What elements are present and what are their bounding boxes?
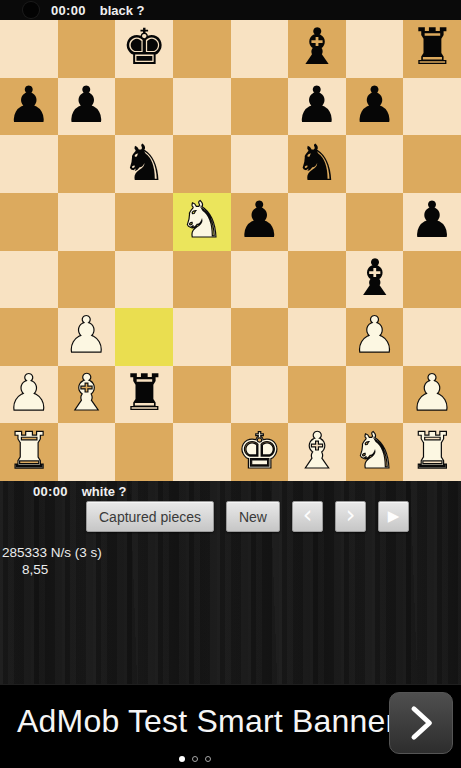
square-f5[interactable]	[288, 193, 346, 251]
square-g6[interactable]	[346, 135, 404, 193]
chevron-right-icon: ›	[346, 503, 356, 527]
square-h6[interactable]	[403, 135, 461, 193]
black-player-name: black ?	[100, 3, 145, 18]
square-c7[interactable]	[115, 78, 173, 136]
square-e5[interactable]: ♟	[231, 193, 289, 251]
square-h3[interactable]	[403, 308, 461, 366]
square-b8[interactable]	[58, 20, 116, 78]
square-d8[interactable]	[173, 20, 231, 78]
ad-dot-3	[205, 756, 211, 762]
square-c1[interactable]	[115, 423, 173, 481]
piece-black-rook[interactable]: ♜	[122, 366, 167, 422]
piece-white-rook[interactable]: ♜	[6, 423, 51, 479]
square-a2[interactable]: ♟	[0, 366, 58, 424]
square-e3[interactable]	[231, 308, 289, 366]
new-game-button[interactable]: New	[226, 501, 280, 532]
ad-banner[interactable]: AdMob Test Smart Banner	[0, 684, 461, 768]
square-a4[interactable]	[0, 251, 58, 309]
square-g2[interactable]	[346, 366, 404, 424]
white-clock: 00:00	[33, 484, 68, 499]
square-c8[interactable]: ♚	[115, 20, 173, 78]
square-c5[interactable]	[115, 193, 173, 251]
square-d6[interactable]	[173, 135, 231, 193]
square-h1[interactable]: ♜	[403, 423, 461, 481]
square-c6[interactable]: ♞	[115, 135, 173, 193]
square-e4[interactable]	[231, 251, 289, 309]
square-h2[interactable]: ♟	[403, 366, 461, 424]
square-b3[interactable]: ♟	[58, 308, 116, 366]
play-icon: ▶	[388, 509, 400, 524]
chevron-left-icon: ‹	[303, 503, 313, 527]
piece-black-pawn[interactable]: ♟	[352, 78, 397, 134]
ad-title[interactable]: AdMob Test Smart Banner	[17, 688, 377, 754]
square-a7[interactable]: ♟	[0, 78, 58, 136]
ad-dot-2	[192, 756, 198, 762]
black-turn-indicator-icon	[23, 2, 39, 18]
next-move-button[interactable]: ›	[335, 501, 366, 532]
square-b6[interactable]	[58, 135, 116, 193]
square-e2[interactable]	[231, 366, 289, 424]
ad-open-button[interactable]	[389, 692, 453, 754]
piece-black-knight[interactable]: ♞	[122, 135, 167, 191]
square-h7[interactable]	[403, 78, 461, 136]
square-a5[interactable]	[0, 193, 58, 251]
square-e1[interactable]: ♚	[231, 423, 289, 481]
square-d1[interactable]	[173, 423, 231, 481]
piece-white-pawn[interactable]: ♟	[6, 366, 51, 422]
square-f6[interactable]: ♞	[288, 135, 346, 193]
control-bar: Captured pieces New ‹ › ▶	[86, 501, 409, 532]
white-clock-bar: 00:00 white ?	[0, 483, 461, 499]
piece-white-pawn[interactable]: ♟	[64, 308, 109, 364]
square-b7[interactable]: ♟	[58, 78, 116, 136]
piece-black-knight[interactable]: ♞	[295, 135, 340, 191]
piece-black-rook[interactable]: ♜	[410, 20, 455, 76]
piece-black-pawn[interactable]: ♟	[410, 193, 455, 249]
piece-white-pawn[interactable]: ♟	[352, 308, 397, 364]
square-f7[interactable]: ♟	[288, 78, 346, 136]
square-f2[interactable]	[288, 366, 346, 424]
square-g3[interactable]: ♟	[346, 308, 404, 366]
square-g8[interactable]	[346, 20, 404, 78]
play-button[interactable]: ▶	[378, 501, 409, 532]
square-d2[interactable]	[173, 366, 231, 424]
app-screen: { "game": "chess", "position": { "fen": …	[0, 0, 461, 768]
square-g7[interactable]: ♟	[346, 78, 404, 136]
black-clock: 00:00	[51, 3, 86, 18]
square-h5[interactable]: ♟	[403, 193, 461, 251]
chess-board[interactable]: ♚♝♜♟♟♟♟♞♞♞♟♟♝♟♟♟♝♜♟♜♚♝♞♜	[0, 20, 461, 481]
ad-dot-1	[179, 756, 185, 762]
black-clock-bar: 00:00 black ?	[0, 0, 461, 20]
engine-speed-text: 285333 N/s (3 s)	[2, 545, 102, 560]
square-a6[interactable]	[0, 135, 58, 193]
square-d7[interactable]	[173, 78, 231, 136]
square-a1[interactable]: ♜	[0, 423, 58, 481]
square-d5[interactable]: ♞	[173, 193, 231, 251]
piece-white-bishop[interactable]: ♝	[64, 366, 109, 422]
square-c2[interactable]: ♜	[115, 366, 173, 424]
square-a8[interactable]	[0, 20, 58, 78]
white-player-name: white ?	[82, 484, 127, 499]
square-e8[interactable]	[231, 20, 289, 78]
square-h4[interactable]	[403, 251, 461, 309]
square-e7[interactable]	[231, 78, 289, 136]
piece-black-pawn[interactable]: ♟	[295, 78, 340, 134]
square-b4[interactable]	[58, 251, 116, 309]
piece-white-pawn[interactable]: ♟	[410, 366, 455, 422]
square-a3[interactable]	[0, 308, 58, 366]
square-c3[interactable]	[115, 308, 173, 366]
square-g1[interactable]: ♞	[346, 423, 404, 481]
piece-black-bishop[interactable]: ♝	[352, 251, 397, 307]
square-h8[interactable]: ♜	[403, 20, 461, 78]
square-d4[interactable]	[173, 251, 231, 309]
square-f3[interactable]	[288, 308, 346, 366]
square-e6[interactable]	[231, 135, 289, 193]
piece-white-rook[interactable]: ♜	[410, 423, 455, 479]
previous-move-button[interactable]: ‹	[292, 501, 323, 532]
captured-pieces-button[interactable]: Captured pieces	[86, 501, 214, 532]
piece-white-king[interactable]: ♚	[237, 423, 282, 479]
square-b1[interactable]	[58, 423, 116, 481]
square-g5[interactable]	[346, 193, 404, 251]
square-d3[interactable]	[173, 308, 231, 366]
piece-white-knight[interactable]: ♞	[179, 193, 224, 249]
piece-black-king[interactable]: ♚	[122, 20, 167, 76]
square-f1[interactable]: ♝	[288, 423, 346, 481]
square-b2[interactable]: ♝	[58, 366, 116, 424]
piece-black-pawn[interactable]: ♟	[237, 193, 282, 249]
ad-page-dots	[0, 756, 390, 762]
engine-eval-text: 8,55	[22, 562, 48, 577]
piece-black-pawn[interactable]: ♟	[64, 78, 109, 134]
piece-black-bishop[interactable]: ♝	[295, 20, 340, 76]
square-c4[interactable]	[115, 251, 173, 309]
square-f8[interactable]: ♝	[288, 20, 346, 78]
square-b5[interactable]	[58, 193, 116, 251]
square-g4[interactable]: ♝	[346, 251, 404, 309]
piece-white-knight[interactable]: ♞	[352, 423, 397, 479]
ad-chevron-right-icon	[404, 703, 438, 743]
piece-white-bishop[interactable]: ♝	[295, 423, 340, 479]
square-f4[interactable]	[288, 251, 346, 309]
piece-black-pawn[interactable]: ♟	[6, 78, 51, 134]
